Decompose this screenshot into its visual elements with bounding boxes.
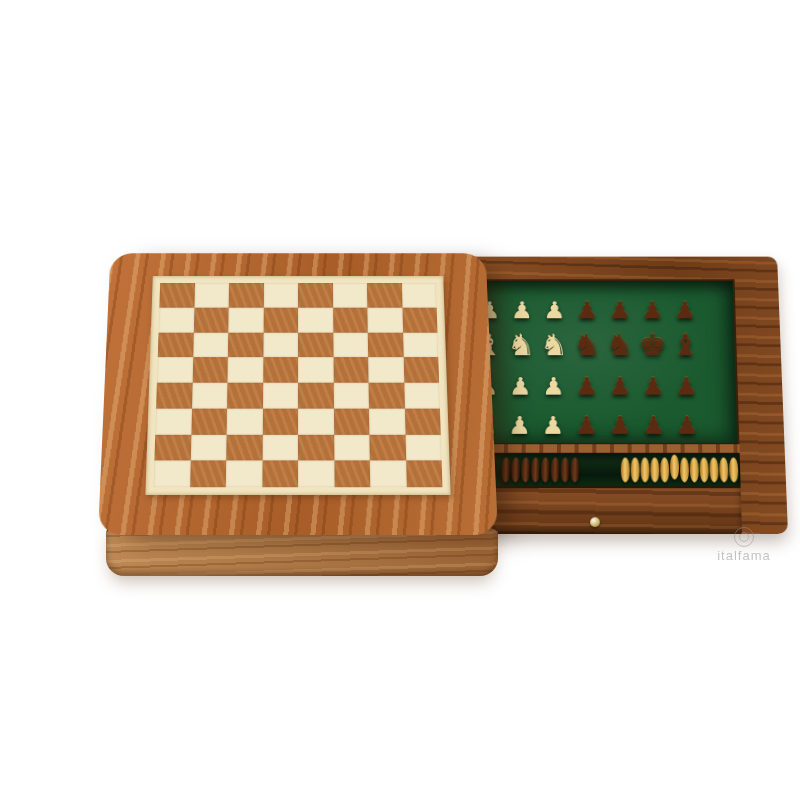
board-square[interactable] bbox=[298, 383, 333, 409]
board-square[interactable] bbox=[369, 408, 405, 434]
board-square[interactable] bbox=[402, 307, 437, 332]
checker-disc-light[interactable] bbox=[660, 458, 669, 483]
checker-disc-dark[interactable] bbox=[551, 458, 560, 483]
checker-disc-light[interactable] bbox=[690, 458, 699, 483]
board-square[interactable] bbox=[190, 461, 227, 488]
checker-disc-dark[interactable] bbox=[521, 458, 530, 483]
checker-disc-dark[interactable] bbox=[561, 458, 570, 483]
checkers-channel bbox=[454, 454, 741, 487]
board-square[interactable] bbox=[262, 434, 298, 460]
checker-disc-light[interactable] bbox=[680, 458, 689, 483]
board-square[interactable] bbox=[159, 307, 194, 332]
checker-disc-dark[interactable] bbox=[570, 458, 579, 483]
board-square[interactable] bbox=[298, 283, 333, 308]
tray-piece-dark-bishop[interactable]: ♝ bbox=[671, 330, 700, 360]
board-square[interactable] bbox=[262, 408, 298, 434]
tray-piece-dark-pawn[interactable]: ♟ bbox=[609, 299, 631, 322]
board-square[interactable] bbox=[368, 332, 403, 357]
tray-piece-dark-pawn[interactable]: ♟ bbox=[641, 299, 663, 322]
board-square[interactable] bbox=[334, 434, 370, 460]
checker-disc-light[interactable] bbox=[631, 458, 640, 483]
tray-piece-light-pawn[interactable]: ♟ bbox=[543, 299, 565, 322]
tray-piece-dark-pawn[interactable]: ♟ bbox=[576, 299, 598, 322]
board-square[interactable] bbox=[298, 408, 334, 434]
board-square[interactable] bbox=[228, 332, 263, 357]
board-square[interactable] bbox=[263, 332, 298, 357]
board-square[interactable] bbox=[158, 332, 194, 357]
board-square[interactable] bbox=[405, 434, 442, 460]
board-border bbox=[145, 276, 450, 495]
checker-disc-dark[interactable] bbox=[531, 458, 540, 483]
board-square[interactable] bbox=[334, 461, 370, 488]
board-square[interactable] bbox=[263, 283, 298, 308]
tray-piece-dark-knight[interactable]: ♞ bbox=[573, 330, 602, 360]
board-square[interactable] bbox=[369, 434, 405, 460]
checker-disc-light[interactable] bbox=[719, 458, 729, 483]
board-square[interactable] bbox=[404, 383, 440, 409]
board-square[interactable] bbox=[228, 307, 263, 332]
checker-disc-dark[interactable] bbox=[511, 458, 520, 483]
tray-piece-light-knight[interactable]: ♞ bbox=[540, 330, 569, 360]
board-square[interactable] bbox=[192, 357, 228, 382]
board-square[interactable] bbox=[298, 461, 334, 488]
board-square[interactable] bbox=[194, 283, 229, 308]
piece-tray: ♟♟♟♟♟♟♟♝♞♞♞♞♚♝♟♟♟♟♟♟♟♟♟♟♟♟♟♟ bbox=[457, 281, 737, 443]
piece-tray-felt: ♟♟♟♟♟♟♟♝♞♞♞♞♚♝♟♟♟♟♟♟♟♟♟♟♟♟♟♟ bbox=[455, 279, 739, 443]
board-square[interactable] bbox=[193, 307, 228, 332]
chess-board bbox=[154, 283, 443, 487]
watermark: italfama bbox=[698, 527, 790, 563]
checker-disc-light[interactable] bbox=[640, 458, 649, 483]
board-square[interactable] bbox=[332, 283, 367, 308]
tray-piece-dark-pawn[interactable]: ♟ bbox=[675, 374, 698, 398]
board-square[interactable] bbox=[333, 383, 369, 409]
checker-disc-dark[interactable] bbox=[501, 458, 510, 483]
checker-disc-light[interactable] bbox=[670, 455, 679, 480]
board-square[interactable] bbox=[263, 357, 298, 382]
board-square[interactable] bbox=[333, 332, 368, 357]
checker-disc-light[interactable] bbox=[699, 458, 708, 483]
board-square[interactable] bbox=[404, 408, 440, 434]
board-square[interactable] bbox=[403, 332, 439, 357]
board-square[interactable] bbox=[298, 307, 333, 332]
board-square[interactable] bbox=[401, 283, 436, 308]
box-lid[interactable] bbox=[98, 253, 498, 535]
tray-row: ♝♞♞♞♞♚♝ bbox=[471, 322, 702, 360]
tray-piece-dark-pawn[interactable]: ♟ bbox=[609, 374, 632, 398]
board-square[interactable] bbox=[333, 357, 368, 382]
checker-disc-light[interactable] bbox=[729, 458, 739, 483]
board-square[interactable] bbox=[155, 408, 191, 434]
board-square[interactable] bbox=[298, 434, 334, 460]
checker-disc-light[interactable] bbox=[650, 458, 659, 483]
board-square[interactable] bbox=[193, 332, 228, 357]
product-photo: ♟♟♟♟♟♟♟♝♞♞♞♞♚♝♟♟♟♟♟♟♟♟♟♟♟♟♟♟ italfama bbox=[0, 0, 800, 800]
board-square[interactable] bbox=[154, 434, 191, 460]
checker-disc-light[interactable] bbox=[621, 458, 630, 483]
italfama-logo-icon bbox=[734, 527, 754, 547]
tray-piece-dark-king[interactable]: ♚ bbox=[638, 330, 667, 360]
tray-piece-light-pawn[interactable]: ♟ bbox=[509, 374, 532, 398]
board-square[interactable] bbox=[403, 357, 439, 382]
board-square[interactable] bbox=[157, 357, 193, 382]
board-square[interactable] bbox=[156, 383, 192, 409]
board-square[interactable] bbox=[159, 283, 194, 308]
board-square[interactable] bbox=[227, 357, 262, 382]
tray-piece-dark-pawn[interactable]: ♟ bbox=[642, 413, 665, 437]
tray-piece-dark-pawn[interactable]: ♟ bbox=[642, 374, 665, 398]
tray-piece-dark-pawn[interactable]: ♟ bbox=[575, 413, 598, 437]
board-square[interactable] bbox=[298, 357, 333, 382]
tray-piece-dark-pawn[interactable]: ♟ bbox=[609, 413, 632, 437]
board-square[interactable] bbox=[191, 408, 227, 434]
board-square[interactable] bbox=[227, 383, 263, 409]
board-square[interactable] bbox=[192, 383, 228, 409]
board-square[interactable] bbox=[333, 408, 369, 434]
tray-piece-dark-pawn[interactable]: ♟ bbox=[674, 299, 697, 322]
tray-piece-light-pawn[interactable]: ♟ bbox=[542, 374, 565, 398]
tray-row: ♟♟♟♟♟♟♟ bbox=[473, 285, 702, 322]
board-square[interactable] bbox=[262, 461, 298, 488]
board-square[interactable] bbox=[263, 307, 298, 332]
tray-piece-light-pawn[interactable]: ♟ bbox=[511, 299, 534, 322]
checker-disc-light[interactable] bbox=[709, 458, 718, 483]
board-square[interactable] bbox=[333, 307, 368, 332]
tray-row: ♟♟♟♟♟♟♟ bbox=[470, 360, 703, 399]
board-square[interactable] bbox=[367, 307, 402, 332]
board-square[interactable] bbox=[226, 434, 262, 460]
tray-piece-light-knight[interactable]: ♞ bbox=[507, 330, 536, 360]
checkers-stack-light bbox=[621, 458, 739, 483]
board-square[interactable] bbox=[370, 461, 407, 488]
tray-piece-dark-knight[interactable]: ♞ bbox=[606, 330, 634, 360]
tray-piece-light-pawn[interactable]: ♟ bbox=[508, 413, 531, 437]
board-square[interactable] bbox=[406, 461, 443, 488]
checkers-stack-dark bbox=[501, 458, 579, 483]
checker-disc-dark[interactable] bbox=[541, 458, 550, 483]
board-square[interactable] bbox=[369, 383, 405, 409]
tray-row: ♟♟♟♟♟♟♟ bbox=[469, 398, 704, 437]
board-square[interactable] bbox=[229, 283, 264, 308]
board-square[interactable] bbox=[226, 461, 262, 488]
tray-piece-dark-pawn[interactable]: ♟ bbox=[575, 374, 598, 398]
watermark-text: italfama bbox=[698, 548, 790, 563]
tray-piece-dark-pawn[interactable]: ♟ bbox=[675, 413, 698, 437]
board-square[interactable] bbox=[367, 283, 402, 308]
board-square[interactable] bbox=[154, 461, 191, 488]
board-square[interactable] bbox=[368, 357, 404, 382]
drawer-knob[interactable] bbox=[590, 517, 600, 527]
board-square[interactable] bbox=[190, 434, 226, 460]
tray-piece-light-pawn[interactable]: ♟ bbox=[542, 413, 565, 437]
board-square[interactable] bbox=[227, 408, 263, 434]
board-square[interactable] bbox=[263, 383, 298, 409]
board-square[interactable] bbox=[298, 332, 333, 357]
tray-divider-rail bbox=[455, 443, 740, 453]
